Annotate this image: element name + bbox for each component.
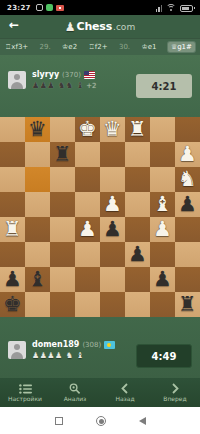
square-a7[interactable] xyxy=(175,267,200,292)
square-h6[interactable] xyxy=(0,242,25,267)
move-list-bar: ♖xf3+ 29. ♔e2 ♖f2+ 30. ♔e1 ♕g1# xyxy=(0,38,200,55)
square-f4[interactable] xyxy=(50,192,75,217)
square-d3[interactable] xyxy=(100,167,125,192)
nav-label: Настройки xyxy=(8,395,42,402)
black-pawn: ♟ xyxy=(3,267,22,292)
white-pawn: ♟ xyxy=(153,217,172,242)
square-f2[interactable]: ♜ xyxy=(50,142,75,167)
square-e1[interactable]: ♚ xyxy=(75,117,100,142)
move-entry[interactable]: ♖xf3+ xyxy=(5,43,28,51)
move-entry-current[interactable]: ♕g1# xyxy=(168,42,195,52)
square-a1[interactable] xyxy=(175,117,200,142)
square-d1[interactable]: ♛ xyxy=(100,117,125,142)
move-number: 29. xyxy=(40,43,51,51)
square-c4[interactable] xyxy=(125,192,150,217)
square-g6[interactable] xyxy=(25,242,50,267)
black-pawn: ♟ xyxy=(128,242,147,267)
black-rook: ♜ xyxy=(53,142,72,167)
square-e8[interactable] xyxy=(75,292,100,317)
black-queen: ♛ xyxy=(28,117,47,142)
android-home-icon[interactable] xyxy=(96,416,106,426)
chess-board: ♛♚♛♜♜♟♞♟♝♟♜♟♟♟♟♟♝♟♚♜ xyxy=(0,117,200,317)
square-g3[interactable] xyxy=(25,167,50,192)
avatar[interactable] xyxy=(8,341,26,359)
white-pawn: ♟ xyxy=(103,192,122,217)
chevron-left-icon xyxy=(121,383,129,394)
square-g7[interactable]: ♝ xyxy=(25,267,50,292)
square-h4[interactable] xyxy=(0,192,25,217)
square-a3[interactable]: ♞ xyxy=(175,167,200,192)
player-name[interactable]: slyryy xyxy=(32,70,59,79)
white-clock: 4:21 xyxy=(136,74,192,98)
logo-text: Chess xyxy=(77,20,112,33)
black-pawn: ♟ xyxy=(178,192,197,217)
square-g2[interactable] xyxy=(25,142,50,167)
nav-label: Анализ xyxy=(64,395,87,402)
black-rook: ♜ xyxy=(178,292,197,317)
square-a5[interactable] xyxy=(175,217,200,242)
black-king: ♚ xyxy=(3,292,22,317)
back-arrow-icon[interactable]: ← xyxy=(9,18,19,32)
square-f3[interactable] xyxy=(50,167,75,192)
square-b6[interactable] xyxy=(150,242,175,267)
square-d6[interactable] xyxy=(100,242,125,267)
white-bishop: ♝ xyxy=(153,192,172,217)
square-b8[interactable] xyxy=(150,292,175,317)
back-move-button[interactable]: Назад xyxy=(100,378,150,407)
chevron-right-icon xyxy=(171,383,179,394)
black-bishop: ♝ xyxy=(28,267,47,292)
white-knight: ♞ xyxy=(178,167,197,192)
kz-flag-icon xyxy=(104,341,115,349)
square-c1[interactable]: ♜ xyxy=(125,117,150,142)
square-a8[interactable]: ♜ xyxy=(175,292,200,317)
move-entry[interactable]: ♖f2+ xyxy=(89,43,108,51)
status-bar: 23:27 xyxy=(0,0,200,15)
nav-label: Вперед xyxy=(163,395,186,402)
square-f8[interactable] xyxy=(50,292,75,317)
black-pawn: ♟ xyxy=(153,267,172,292)
player-rating: (370) xyxy=(62,71,81,79)
chess-app-screen: 23:27 ← ♟ Chess .com ♖xf3+ 29. ♔e2 ♖f2+ … xyxy=(0,0,200,434)
white-queen: ♛ xyxy=(103,117,122,142)
square-e2[interactable] xyxy=(75,142,100,167)
square-b7[interactable]: ♟ xyxy=(150,267,175,292)
notification-icon xyxy=(36,4,43,11)
settings-list-icon xyxy=(19,384,32,394)
square-h7[interactable]: ♟ xyxy=(0,267,25,292)
settings-button[interactable]: Настройки xyxy=(0,378,50,407)
move-entry[interactable]: ♔e1 xyxy=(141,43,156,51)
avatar[interactable] xyxy=(8,71,26,89)
square-h1[interactable] xyxy=(0,117,25,142)
analysis-magnifier-icon xyxy=(69,383,81,394)
square-d4[interactable]: ♟ xyxy=(100,192,125,217)
square-c3[interactable] xyxy=(125,167,150,192)
captured-pieces-tray: ♟♟♟♟ ♞ ♝ xyxy=(32,351,115,360)
material-advantage: +2 xyxy=(86,82,96,90)
square-a6[interactable] xyxy=(175,242,200,267)
player-name[interactable]: domen189 xyxy=(32,340,79,349)
us-flag-icon xyxy=(84,71,95,79)
square-c8[interactable] xyxy=(125,292,150,317)
top-player-panel: slyryy (370) ♟♟♟ ♞♞ ♝+2 4:21 xyxy=(0,55,200,117)
square-f6[interactable] xyxy=(50,242,75,267)
android-back-icon[interactable] xyxy=(139,417,146,425)
square-h3[interactable] xyxy=(0,167,25,192)
notification-icons xyxy=(36,4,64,11)
white-rook: ♜ xyxy=(128,117,147,142)
analysis-button[interactable]: Анализ xyxy=(50,378,100,407)
square-a4[interactable]: ♟ xyxy=(175,192,200,217)
nav-label: Назад xyxy=(115,395,134,402)
player-rating: (308) xyxy=(82,341,101,349)
notification-icon xyxy=(46,4,53,11)
android-nav-bar xyxy=(0,407,200,434)
square-d8[interactable] xyxy=(100,292,125,317)
notification-icon xyxy=(56,5,64,11)
bottom-action-bar: Настройки Анализ Назад Вперед xyxy=(0,378,200,407)
black-pawn: ♟ xyxy=(103,217,122,242)
forward-move-button[interactable]: Вперед xyxy=(150,378,200,407)
battery-icon xyxy=(180,5,193,12)
square-e4[interactable] xyxy=(75,192,100,217)
square-c5[interactable] xyxy=(125,217,150,242)
move-number: 30. xyxy=(119,43,130,51)
square-c7[interactable] xyxy=(125,267,150,292)
pawn-logo-icon: ♟ xyxy=(65,21,76,33)
logo-domain-text: .com xyxy=(113,22,135,32)
app-header: ← ♟ Chess .com xyxy=(0,15,200,38)
square-e3[interactable] xyxy=(75,167,100,192)
square-c2[interactable] xyxy=(125,142,150,167)
android-recents-icon[interactable] xyxy=(55,417,63,425)
square-d2[interactable] xyxy=(100,142,125,167)
square-h2[interactable] xyxy=(0,142,25,167)
square-g1[interactable]: ♛ xyxy=(25,117,50,142)
square-b3[interactable] xyxy=(150,167,175,192)
square-e7[interactable] xyxy=(75,267,100,292)
square-d5[interactable]: ♟ xyxy=(100,217,125,242)
white-pawn: ♟ xyxy=(78,217,97,242)
square-b1[interactable] xyxy=(150,117,175,142)
signal-icon xyxy=(156,5,163,12)
square-h8[interactable]: ♚ xyxy=(0,292,25,317)
wifi-icon xyxy=(166,4,176,12)
square-h5[interactable]: ♜ xyxy=(0,217,25,242)
square-c6[interactable]: ♟ xyxy=(125,242,150,267)
move-entry[interactable]: ♔e2 xyxy=(62,43,77,51)
square-g5[interactable] xyxy=(25,217,50,242)
square-d7[interactable] xyxy=(100,267,125,292)
square-b2[interactable] xyxy=(150,142,175,167)
square-b5[interactable]: ♟ xyxy=(150,217,175,242)
square-f5[interactable] xyxy=(50,217,75,242)
white-rook: ♜ xyxy=(3,217,22,242)
square-b4[interactable]: ♝ xyxy=(150,192,175,217)
clock-time: 23:27 xyxy=(7,4,31,12)
square-f1[interactable] xyxy=(50,117,75,142)
square-g8[interactable] xyxy=(25,292,50,317)
chesscom-logo: ♟ Chess .com xyxy=(65,20,135,33)
square-e5[interactable]: ♟ xyxy=(75,217,100,242)
square-f7[interactable] xyxy=(50,267,75,292)
square-e6[interactable] xyxy=(75,242,100,267)
square-g4[interactable] xyxy=(25,192,50,217)
black-clock: 4:49 xyxy=(136,344,192,368)
white-king: ♚ xyxy=(78,117,97,142)
captured-pieces-tray: ♟♟♟ ♞♞ ♝+2 xyxy=(32,81,96,90)
white-pawn: ♟ xyxy=(178,142,197,167)
square-a2[interactable]: ♟ xyxy=(175,142,200,167)
bottom-player-panel: domen189 (308) ♟♟♟♟ ♞ ♝ 4:49 xyxy=(0,317,200,378)
